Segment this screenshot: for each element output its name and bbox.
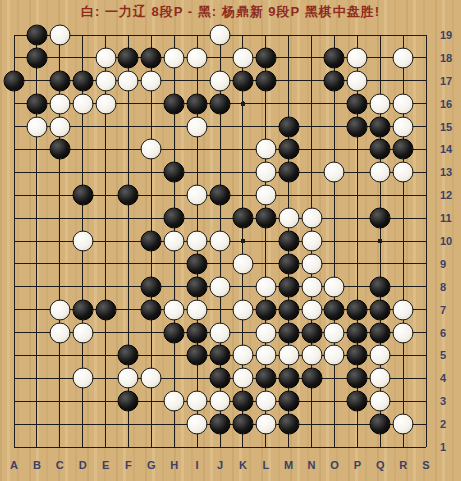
column-label-M: M	[284, 459, 293, 471]
stone-black-P5	[347, 345, 368, 366]
stone-black-H16	[164, 93, 185, 114]
column-label-A: A	[10, 459, 18, 471]
stone-white-K9	[232, 253, 253, 274]
row-label-1: 1	[440, 441, 446, 453]
stone-black-J4	[210, 368, 231, 389]
stone-black-J5	[210, 345, 231, 366]
row-label-10: 10	[440, 235, 452, 247]
column-label-N: N	[308, 459, 316, 471]
stone-black-B16	[26, 93, 47, 114]
stone-white-L8	[255, 276, 276, 297]
stone-white-O13	[324, 162, 345, 183]
stone-black-Q15	[370, 116, 391, 137]
stone-white-I7	[187, 299, 208, 320]
stone-white-N8	[301, 276, 322, 297]
stone-white-I15	[187, 116, 208, 137]
board-grid	[0, 0, 461, 481]
column-label-S: S	[422, 459, 429, 471]
row-label-5: 5	[440, 349, 446, 361]
stone-black-F3	[118, 391, 139, 412]
stone-white-I12	[187, 185, 208, 206]
stone-white-D16	[72, 93, 93, 114]
stone-black-N6	[301, 322, 322, 343]
stone-white-O8	[324, 276, 345, 297]
stone-black-A17	[4, 70, 25, 91]
stone-white-K5	[232, 345, 253, 366]
column-label-O: O	[330, 459, 339, 471]
stone-white-C15	[49, 116, 70, 137]
stone-white-D10	[72, 231, 93, 252]
stone-white-B15	[26, 116, 47, 137]
stone-black-M9	[278, 253, 299, 274]
stone-white-I10	[187, 231, 208, 252]
stone-white-H3	[164, 391, 185, 412]
stone-black-Q6	[370, 322, 391, 343]
column-label-E: E	[102, 459, 109, 471]
column-label-B: B	[33, 459, 41, 471]
stone-black-F18	[118, 47, 139, 68]
stone-black-M8	[278, 276, 299, 297]
stone-black-M15	[278, 116, 299, 137]
stone-black-D17	[72, 70, 93, 91]
stone-white-C16	[49, 93, 70, 114]
stone-black-H13	[164, 162, 185, 183]
stone-white-R18	[393, 47, 414, 68]
stone-white-L6	[255, 322, 276, 343]
stone-white-K4	[232, 368, 253, 389]
stone-white-R15	[393, 116, 414, 137]
stone-white-N11	[301, 208, 322, 229]
column-label-H: H	[170, 459, 178, 471]
stone-black-R14	[393, 139, 414, 160]
stone-white-L2	[255, 414, 276, 435]
stone-black-P6	[347, 322, 368, 343]
stone-black-M14	[278, 139, 299, 160]
row-label-18: 18	[440, 52, 452, 64]
stone-white-I18	[187, 47, 208, 68]
stone-white-C19	[49, 25, 70, 46]
stone-white-D6	[72, 322, 93, 343]
row-label-3: 3	[440, 395, 446, 407]
stone-white-K18	[232, 47, 253, 68]
star-point-K10	[240, 239, 245, 244]
stone-black-I8	[187, 276, 208, 297]
column-label-D: D	[79, 459, 87, 471]
row-label-16: 16	[440, 98, 452, 110]
column-label-C: C	[56, 459, 64, 471]
stone-black-I9	[187, 253, 208, 274]
stone-white-N5	[301, 345, 322, 366]
row-label-11: 11	[440, 212, 452, 224]
stone-white-P17	[347, 70, 368, 91]
row-label-2: 2	[440, 418, 446, 430]
stone-white-M11	[278, 208, 299, 229]
stone-black-G7	[141, 299, 162, 320]
stone-white-O6	[324, 322, 345, 343]
column-label-P: P	[354, 459, 361, 471]
stone-white-L12	[255, 185, 276, 206]
stone-black-K2	[232, 414, 253, 435]
stone-white-C6	[49, 322, 70, 343]
stone-white-R6	[393, 322, 414, 343]
stone-white-Q4	[370, 368, 391, 389]
stone-black-O7	[324, 299, 345, 320]
stone-white-R16	[393, 93, 414, 114]
stone-black-O17	[324, 70, 345, 91]
stone-white-K7	[232, 299, 253, 320]
stone-black-H11	[164, 208, 185, 229]
column-label-R: R	[399, 459, 407, 471]
stone-white-G4	[141, 368, 162, 389]
stone-black-F12	[118, 185, 139, 206]
stone-white-L13	[255, 162, 276, 183]
stone-white-H10	[164, 231, 185, 252]
stone-white-R7	[393, 299, 414, 320]
stone-white-O5	[324, 345, 345, 366]
stone-white-H18	[164, 47, 185, 68]
stone-black-P4	[347, 368, 368, 389]
stone-white-J10	[210, 231, 231, 252]
stone-white-Q3	[370, 391, 391, 412]
stone-black-I16	[187, 93, 208, 114]
stone-black-J16	[210, 93, 231, 114]
row-label-14: 14	[440, 143, 452, 155]
stone-black-G8	[141, 276, 162, 297]
star-point-K16	[240, 101, 245, 106]
stone-black-M7	[278, 299, 299, 320]
stone-black-C14	[49, 139, 70, 160]
stone-white-Q16	[370, 93, 391, 114]
stone-white-M5	[278, 345, 299, 366]
stone-black-M2	[278, 414, 299, 435]
stone-black-B18	[26, 47, 47, 68]
stone-black-N4	[301, 368, 322, 389]
column-label-G: G	[147, 459, 156, 471]
stone-black-Q7	[370, 299, 391, 320]
row-label-9: 9	[440, 258, 446, 270]
stone-black-Q11	[370, 208, 391, 229]
go-board[interactable]	[0, 0, 461, 481]
stone-white-I2	[187, 414, 208, 435]
stone-black-K11	[232, 208, 253, 229]
stone-black-K17	[232, 70, 253, 91]
stone-white-Q5	[370, 345, 391, 366]
stone-black-G18	[141, 47, 162, 68]
stone-black-O18	[324, 47, 345, 68]
stone-black-L11	[255, 208, 276, 229]
stone-black-G10	[141, 231, 162, 252]
stone-black-M13	[278, 162, 299, 183]
stone-white-E17	[95, 70, 116, 91]
stone-black-I5	[187, 345, 208, 366]
stone-black-H6	[164, 322, 185, 343]
row-label-6: 6	[440, 327, 446, 339]
stone-black-Q2	[370, 414, 391, 435]
stone-white-H7	[164, 299, 185, 320]
column-label-L: L	[262, 459, 269, 471]
stone-white-E18	[95, 47, 116, 68]
stone-black-I6	[187, 322, 208, 343]
stone-black-P16	[347, 93, 368, 114]
stone-black-M4	[278, 368, 299, 389]
stone-black-M3	[278, 391, 299, 412]
stone-black-B19	[26, 25, 47, 46]
row-label-4: 4	[440, 372, 446, 384]
row-label-7: 7	[440, 304, 446, 316]
stone-black-P15	[347, 116, 368, 137]
stone-black-D7	[72, 299, 93, 320]
column-label-F: F	[125, 459, 132, 471]
column-label-J: J	[217, 459, 223, 471]
stone-white-Q13	[370, 162, 391, 183]
row-label-8: 8	[440, 281, 446, 293]
stone-black-L4	[255, 368, 276, 389]
stone-white-J3	[210, 391, 231, 412]
column-label-Q: Q	[376, 459, 385, 471]
stone-white-G14	[141, 139, 162, 160]
row-label-15: 15	[440, 121, 452, 133]
stone-white-G17	[141, 70, 162, 91]
row-label-19: 19	[440, 29, 452, 41]
stone-white-J6	[210, 322, 231, 343]
star-point-Q10	[378, 239, 383, 244]
stone-white-R2	[393, 414, 414, 435]
stone-black-F5	[118, 345, 139, 366]
stone-black-M10	[278, 231, 299, 252]
stone-black-P3	[347, 391, 368, 412]
stone-black-Q14	[370, 139, 391, 160]
stone-white-J8	[210, 276, 231, 297]
stone-black-E7	[95, 299, 116, 320]
stone-black-D12	[72, 185, 93, 206]
stone-white-J19	[210, 25, 231, 46]
stone-black-Q8	[370, 276, 391, 297]
row-label-12: 12	[440, 189, 452, 201]
stone-white-C7	[49, 299, 70, 320]
row-label-17: 17	[440, 75, 452, 87]
column-label-I: I	[196, 459, 199, 471]
stone-black-L18	[255, 47, 276, 68]
stone-black-J12	[210, 185, 231, 206]
stone-white-J17	[210, 70, 231, 91]
stone-white-N10	[301, 231, 322, 252]
stone-white-I3	[187, 391, 208, 412]
stone-white-L5	[255, 345, 276, 366]
stone-black-K3	[232, 391, 253, 412]
stone-white-F4	[118, 368, 139, 389]
stone-white-P18	[347, 47, 368, 68]
stone-white-N7	[301, 299, 322, 320]
stone-white-L3	[255, 391, 276, 412]
stone-white-D4	[72, 368, 93, 389]
stone-black-L7	[255, 299, 276, 320]
stone-black-C17	[49, 70, 70, 91]
stone-white-E16	[95, 93, 116, 114]
row-label-13: 13	[440, 166, 452, 178]
stone-white-N9	[301, 253, 322, 274]
stone-white-F17	[118, 70, 139, 91]
stone-black-P7	[347, 299, 368, 320]
stone-black-M6	[278, 322, 299, 343]
stone-black-J2	[210, 414, 231, 435]
column-label-K: K	[239, 459, 247, 471]
stone-white-L14	[255, 139, 276, 160]
stone-black-L17	[255, 70, 276, 91]
stone-white-R13	[393, 162, 414, 183]
